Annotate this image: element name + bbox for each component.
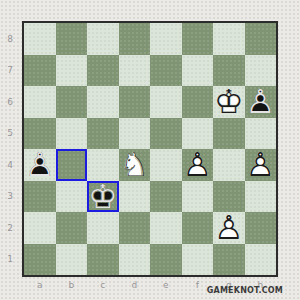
square-c3[interactable]: ♚♔ bbox=[87, 181, 119, 213]
black-pawn-glyph-outline: ♙ bbox=[245, 86, 277, 118]
chess-diagram: 87654321 ♚♔♟♙♟♙♞♘♟♙♟♙♚♔♟♙ abcdefgh GAMEK… bbox=[0, 0, 300, 300]
square-e6[interactable] bbox=[150, 86, 182, 118]
square-a7[interactable] bbox=[24, 55, 56, 87]
square-f3[interactable] bbox=[182, 181, 214, 213]
white-king-glyph-outline: ♔ bbox=[213, 86, 245, 118]
rank-label-5: 5 bbox=[2, 118, 18, 150]
file-label-b: b bbox=[56, 278, 88, 291]
rank-label-3: 3 bbox=[2, 181, 18, 213]
square-d1[interactable] bbox=[119, 244, 151, 276]
square-h3[interactable] bbox=[245, 181, 277, 213]
file-label-c: c bbox=[87, 278, 119, 291]
square-b3[interactable] bbox=[56, 181, 88, 213]
white-pawn[interactable]: ♟♙ bbox=[182, 149, 214, 181]
square-g6[interactable]: ♚♔ bbox=[213, 86, 245, 118]
rank-label-2: 2 bbox=[2, 212, 18, 244]
square-g1[interactable] bbox=[213, 244, 245, 276]
square-a6[interactable] bbox=[24, 86, 56, 118]
square-e3[interactable] bbox=[150, 181, 182, 213]
square-d4[interactable]: ♞♘ bbox=[119, 149, 151, 181]
square-f1[interactable] bbox=[182, 244, 214, 276]
black-pawn-glyph-outline: ♙ bbox=[24, 149, 56, 181]
file-label-a: a bbox=[24, 278, 56, 291]
square-e1[interactable] bbox=[150, 244, 182, 276]
file-label-d: d bbox=[119, 278, 151, 291]
square-b8[interactable] bbox=[56, 23, 88, 55]
square-h8[interactable] bbox=[245, 23, 277, 55]
black-pawn-glyph-fill: ♟ bbox=[245, 86, 277, 118]
square-b7[interactable] bbox=[56, 55, 88, 87]
square-a2[interactable] bbox=[24, 212, 56, 244]
square-h2[interactable] bbox=[245, 212, 277, 244]
chess-board[interactable]: ♚♔♟♙♟♙♞♘♟♙♟♙♚♔♟♙ bbox=[22, 21, 278, 277]
square-c1[interactable] bbox=[87, 244, 119, 276]
square-f8[interactable] bbox=[182, 23, 214, 55]
white-pawn[interactable]: ♟♙ bbox=[213, 212, 245, 244]
white-pawn-glyph-outline: ♙ bbox=[182, 149, 214, 181]
square-d2[interactable] bbox=[119, 212, 151, 244]
black-pawn-glyph-fill: ♟ bbox=[24, 149, 56, 181]
black-king-glyph-outline: ♔ bbox=[87, 181, 119, 213]
square-f2[interactable] bbox=[182, 212, 214, 244]
square-a4[interactable]: ♟♙ bbox=[24, 149, 56, 181]
square-a1[interactable] bbox=[24, 244, 56, 276]
square-h1[interactable] bbox=[245, 244, 277, 276]
black-pawn[interactable]: ♟♙ bbox=[245, 86, 277, 118]
square-b2[interactable] bbox=[56, 212, 88, 244]
white-king[interactable]: ♚♔ bbox=[213, 86, 245, 118]
square-h4[interactable]: ♟♙ bbox=[245, 149, 277, 181]
square-h6[interactable]: ♟♙ bbox=[245, 86, 277, 118]
gameknot-brand: GAMEKNOT.COM bbox=[207, 286, 283, 295]
square-g3[interactable] bbox=[213, 181, 245, 213]
square-e5[interactable] bbox=[150, 118, 182, 150]
black-king[interactable]: ♚♔ bbox=[87, 181, 119, 213]
white-pawn-glyph-outline: ♙ bbox=[213, 212, 245, 244]
square-c7[interactable] bbox=[87, 55, 119, 87]
white-king-glyph-fill: ♚ bbox=[213, 86, 245, 118]
square-c2[interactable] bbox=[87, 212, 119, 244]
square-d8[interactable] bbox=[119, 23, 151, 55]
white-pawn-glyph-fill: ♟ bbox=[245, 149, 277, 181]
square-a5[interactable] bbox=[24, 118, 56, 150]
square-d3[interactable] bbox=[119, 181, 151, 213]
square-e7[interactable] bbox=[150, 55, 182, 87]
white-pawn-glyph-fill: ♟ bbox=[213, 212, 245, 244]
square-d5[interactable] bbox=[119, 118, 151, 150]
black-king-glyph-fill: ♚ bbox=[87, 181, 119, 213]
square-e4[interactable] bbox=[150, 149, 182, 181]
square-f6[interactable] bbox=[182, 86, 214, 118]
rank-label-8: 8 bbox=[2, 23, 18, 55]
square-h5[interactable] bbox=[245, 118, 277, 150]
square-f4[interactable]: ♟♙ bbox=[182, 149, 214, 181]
white-knight-glyph-fill: ♞ bbox=[119, 149, 151, 181]
rank-label-7: 7 bbox=[2, 55, 18, 87]
square-e8[interactable] bbox=[150, 23, 182, 55]
file-label-e: e bbox=[150, 278, 182, 291]
square-b6[interactable] bbox=[56, 86, 88, 118]
square-b1[interactable] bbox=[56, 244, 88, 276]
square-f5[interactable] bbox=[182, 118, 214, 150]
square-g2[interactable]: ♟♙ bbox=[213, 212, 245, 244]
square-b4[interactable] bbox=[56, 149, 88, 181]
square-g7[interactable] bbox=[213, 55, 245, 87]
square-g8[interactable] bbox=[213, 23, 245, 55]
square-h7[interactable] bbox=[245, 55, 277, 87]
rank-label-1: 1 bbox=[2, 244, 18, 276]
square-c4[interactable] bbox=[87, 149, 119, 181]
square-a8[interactable] bbox=[24, 23, 56, 55]
black-pawn[interactable]: ♟♙ bbox=[24, 149, 56, 181]
square-f7[interactable] bbox=[182, 55, 214, 87]
square-b5[interactable] bbox=[56, 118, 88, 150]
white-pawn-glyph-outline: ♙ bbox=[245, 149, 277, 181]
square-e2[interactable] bbox=[150, 212, 182, 244]
rank-label-6: 6 bbox=[2, 86, 18, 118]
white-pawn[interactable]: ♟♙ bbox=[245, 149, 277, 181]
square-g5[interactable] bbox=[213, 118, 245, 150]
white-knight[interactable]: ♞♘ bbox=[119, 149, 151, 181]
white-knight-glyph-outline: ♘ bbox=[119, 149, 151, 181]
square-c8[interactable] bbox=[87, 23, 119, 55]
square-d7[interactable] bbox=[119, 55, 151, 87]
square-g4[interactable] bbox=[213, 149, 245, 181]
rank-labels: 87654321 bbox=[2, 23, 18, 275]
square-c5[interactable] bbox=[87, 118, 119, 150]
square-d6[interactable] bbox=[119, 86, 151, 118]
square-a3[interactable] bbox=[24, 181, 56, 213]
white-pawn-glyph-fill: ♟ bbox=[182, 149, 214, 181]
square-c6[interactable] bbox=[87, 86, 119, 118]
rank-label-4: 4 bbox=[2, 149, 18, 181]
